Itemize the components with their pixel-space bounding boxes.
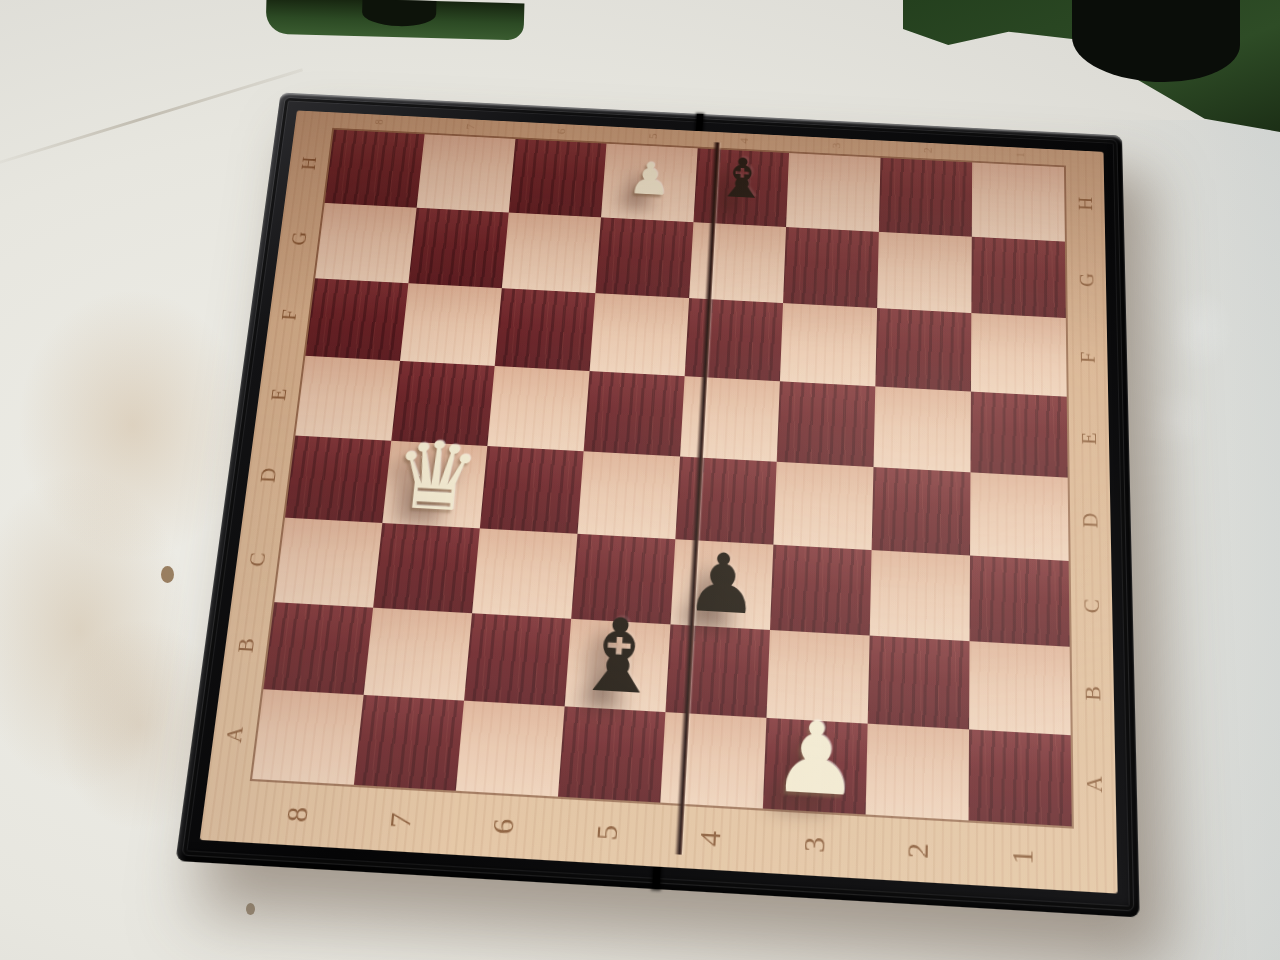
square-d2[interactable] <box>872 467 971 555</box>
table-speck <box>161 566 174 583</box>
square-b2[interactable] <box>868 636 970 730</box>
photo-scene: 87654321 87654321 HGFEDCBA HGFEDCBA ♟♝♛♟… <box>0 0 1280 960</box>
square-f2[interactable] <box>875 308 971 391</box>
coordinate-label: D <box>1048 499 1134 541</box>
square-g2[interactable] <box>877 232 972 313</box>
coordinate-label: 1 <box>996 801 1048 913</box>
coordinate-label: E <box>235 374 323 415</box>
square-f7[interactable] <box>400 283 502 366</box>
coordinate-label: D <box>224 455 313 497</box>
table-speck <box>246 903 255 915</box>
square-g5[interactable] <box>595 217 693 298</box>
square-g7[interactable] <box>408 208 508 288</box>
coordinate-label: C <box>1048 584 1135 628</box>
hinge-seam-bottom <box>652 865 661 889</box>
coordinate-label: A <box>188 712 281 758</box>
coordinate-label: H <box>267 145 351 182</box>
board-squares: ♟♝♛♟♝♟ <box>250 128 1074 829</box>
square-d7[interactable]: ♛ <box>382 441 487 529</box>
coordinate-label: F <box>1046 338 1129 378</box>
square-g6[interactable] <box>502 213 601 294</box>
square-b5[interactable]: ♝ <box>565 619 671 712</box>
background-object-left <box>266 0 525 40</box>
square-e5[interactable] <box>584 371 685 456</box>
coordinate-label: 2 <box>891 795 944 906</box>
black-bishop[interactable]: ♝ <box>570 605 667 707</box>
square-e2[interactable] <box>873 386 970 472</box>
square-d6[interactable] <box>480 446 584 534</box>
square-c6[interactable] <box>472 528 577 618</box>
coordinate-label: B <box>200 623 292 667</box>
square-c4[interactable]: ♟ <box>670 539 773 630</box>
chess-board: 87654321 87654321 HGFEDCBA HGFEDCBA ♟♝♛♟… <box>175 92 1139 917</box>
square-f6[interactable] <box>495 288 596 371</box>
coordinate-label: E <box>1047 417 1132 458</box>
table-stain <box>18 290 248 560</box>
white-queen[interactable]: ♛ <box>388 430 483 524</box>
table-stain <box>0 470 190 790</box>
square-f4[interactable] <box>685 298 783 381</box>
square-d4[interactable] <box>675 457 776 545</box>
coordinate-label: 5 <box>577 778 635 889</box>
square-g4[interactable] <box>689 222 786 303</box>
square-f5[interactable] <box>590 293 690 376</box>
square-c7[interactable] <box>373 523 480 613</box>
coordinate-label: 7 <box>369 766 430 876</box>
square-e4[interactable] <box>680 376 780 462</box>
square-e3[interactable] <box>777 381 876 467</box>
coordinate-label: A <box>1050 761 1140 807</box>
coordinate-label: 6 <box>473 772 533 882</box>
coordinate-label: B <box>1049 671 1138 716</box>
file-labels-right: HGFEDCBA <box>1067 166 1116 831</box>
square-g3[interactable] <box>783 227 879 308</box>
square-b4[interactable] <box>665 624 770 717</box>
square-c2[interactable] <box>870 550 970 641</box>
square-f3[interactable] <box>780 303 877 386</box>
coordinate-label: 3 <box>826 103 845 188</box>
background-object-dark <box>1072 0 1240 82</box>
coordinate-label: 4 <box>682 784 738 895</box>
square-d5[interactable] <box>577 451 680 539</box>
square-b7[interactable] <box>364 608 472 701</box>
square-b6[interactable] <box>464 613 571 706</box>
square-d3[interactable] <box>773 462 873 550</box>
square-c3[interactable] <box>770 545 872 636</box>
table-edge <box>0 68 303 170</box>
coordinate-label: 1 <box>1012 112 1028 198</box>
coordinate-label: G <box>1046 260 1128 299</box>
coordinate-label: F <box>246 295 332 334</box>
board-margin: 87654321 87654321 HGFEDCBA HGFEDCBA ♟♝♛♟… <box>200 110 1118 893</box>
square-e6[interactable] <box>487 366 589 451</box>
coordinate-label: 3 <box>786 790 841 901</box>
coordinate-label: 2 <box>919 108 936 193</box>
coordinate-label: C <box>212 538 302 581</box>
coordinate-label: G <box>257 219 342 257</box>
hinge-seam-top <box>696 114 704 132</box>
coordinate-label: H <box>1045 185 1126 223</box>
